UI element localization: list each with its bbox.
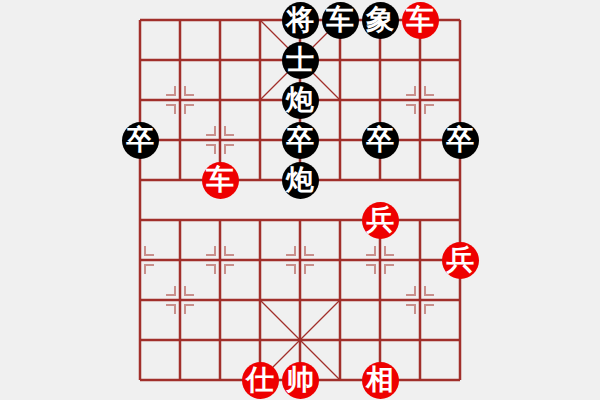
piece-black-general[interactable]: 将 [282, 2, 319, 39]
piece-black-elephant[interactable]: 象 [362, 2, 399, 39]
piece-red-elephant[interactable]: 相 [362, 362, 399, 399]
piece-black-soldier[interactable]: 卒 [442, 122, 479, 159]
board-intersections: 将车象车士炮卒卒卒卒车炮兵兵仕帅相 [120, 0, 480, 400]
piece-black-cannon[interactable]: 炮 [282, 82, 319, 119]
piece-black-soldier[interactable]: 卒 [362, 122, 399, 159]
xiangqi-board: 将车象车士炮卒卒卒卒车炮兵兵仕帅相 [0, 0, 600, 400]
piece-red-soldier[interactable]: 兵 [362, 202, 399, 239]
piece-black-soldier[interactable]: 卒 [282, 122, 319, 159]
piece-red-advisor[interactable]: 仕 [242, 362, 279, 399]
piece-black-cannon[interactable]: 炮 [282, 162, 319, 199]
piece-red-chariot[interactable]: 车 [202, 162, 239, 199]
piece-black-soldier[interactable]: 卒 [122, 122, 159, 159]
piece-red-general[interactable]: 帅 [282, 362, 319, 399]
piece-red-chariot[interactable]: 车 [402, 2, 439, 39]
piece-black-advisor[interactable]: 士 [282, 42, 319, 79]
piece-red-soldier[interactable]: 兵 [442, 242, 479, 279]
piece-black-chariot[interactable]: 车 [322, 2, 359, 39]
